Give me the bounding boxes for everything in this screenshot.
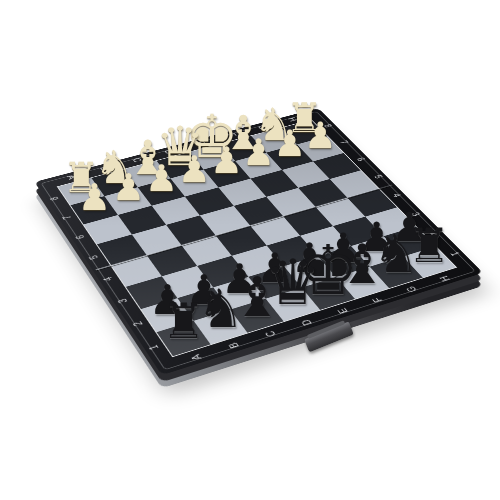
piece-black-rook-a1[interactable]: ♜: [162, 298, 205, 346]
piece-white-pawn-h7[interactable]: ♟: [304, 118, 337, 154]
piece-white-pawn-g7[interactable]: ♟: [273, 127, 306, 163]
piece-white-pawn-f7[interactable]: ♟: [242, 135, 275, 172]
piece-white-pawn-a7[interactable]: ♟: [78, 179, 111, 216]
piece-white-pawn-e7[interactable]: ♟: [210, 144, 243, 181]
product-photo-stage: ABCDEFGH ABCDEFGH 87654321 87654321 ♜♞♝♛…: [0, 0, 500, 500]
piece-white-pawn-c7[interactable]: ♟: [145, 161, 178, 198]
piece-white-pawn-d7[interactable]: ♟: [178, 152, 211, 189]
piece-white-pawn-b7[interactable]: ♟: [112, 170, 145, 207]
